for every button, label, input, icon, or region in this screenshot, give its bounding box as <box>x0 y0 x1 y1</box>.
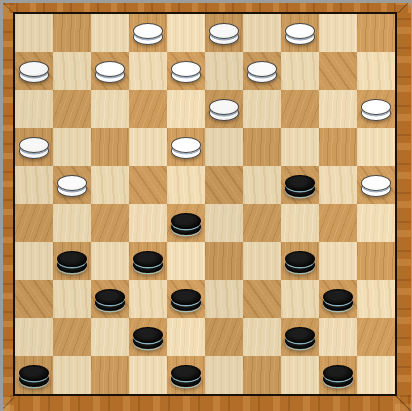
piece-face <box>171 365 201 381</box>
square-7-0[interactable] <box>15 280 53 318</box>
black-piece[interactable] <box>133 251 163 273</box>
square-4-0 <box>15 166 53 204</box>
square-8-8 <box>319 318 357 356</box>
square-5-4[interactable] <box>167 204 205 242</box>
black-piece[interactable] <box>133 327 163 349</box>
square-1-9 <box>357 52 395 90</box>
square-7-1 <box>53 280 91 318</box>
square-9-5 <box>205 356 243 394</box>
square-0-9[interactable] <box>357 14 395 52</box>
piece-face <box>285 251 315 267</box>
square-6-2 <box>91 242 129 280</box>
square-4-2 <box>91 166 129 204</box>
square-5-8[interactable] <box>319 204 357 242</box>
black-piece[interactable] <box>285 251 315 273</box>
square-2-3[interactable] <box>129 90 167 128</box>
square-5-3 <box>129 204 167 242</box>
square-3-8[interactable] <box>319 128 357 166</box>
square-6-9[interactable] <box>357 242 395 280</box>
square-7-7 <box>281 280 319 318</box>
square-8-4 <box>167 318 205 356</box>
piece-face <box>133 23 163 39</box>
white-piece[interactable] <box>171 61 201 83</box>
piece-face <box>95 61 125 77</box>
piece-face <box>19 365 49 381</box>
piece-face <box>285 23 315 39</box>
black-piece[interactable] <box>171 213 201 235</box>
black-piece[interactable] <box>57 251 87 273</box>
piece-face <box>171 137 201 153</box>
piece-face <box>323 365 353 381</box>
square-4-3[interactable] <box>129 166 167 204</box>
white-piece[interactable] <box>361 99 391 121</box>
square-8-9[interactable] <box>357 318 395 356</box>
square-0-1[interactable] <box>53 14 91 52</box>
black-piece[interactable] <box>171 289 201 311</box>
square-3-5 <box>205 128 243 166</box>
square-9-2[interactable] <box>91 356 129 394</box>
square-8-0 <box>15 318 53 356</box>
square-0-4 <box>167 14 205 52</box>
square-8-6 <box>243 318 281 356</box>
square-0-6 <box>243 14 281 52</box>
piece-face <box>247 61 277 77</box>
square-7-8[interactable] <box>319 280 357 318</box>
white-piece[interactable] <box>209 99 239 121</box>
piece-face <box>323 289 353 305</box>
square-9-4[interactable] <box>167 356 205 394</box>
piece-face <box>171 289 201 305</box>
board <box>13 12 397 396</box>
white-piece[interactable] <box>57 175 87 197</box>
square-1-5 <box>205 52 243 90</box>
black-piece[interactable] <box>323 289 353 311</box>
piece-face <box>133 327 163 343</box>
black-piece[interactable] <box>95 289 125 311</box>
square-3-3 <box>129 128 167 166</box>
white-piece[interactable] <box>247 61 277 83</box>
square-5-1 <box>53 204 91 242</box>
square-5-7 <box>281 204 319 242</box>
square-6-7[interactable] <box>281 242 319 280</box>
square-5-0[interactable] <box>15 204 53 242</box>
white-piece[interactable] <box>95 61 125 83</box>
square-4-8 <box>319 166 357 204</box>
square-6-8 <box>319 242 357 280</box>
black-piece[interactable] <box>285 175 315 197</box>
white-piece[interactable] <box>209 23 239 45</box>
frame-miter-top-right <box>395 3 411 13</box>
square-3-0[interactable] <box>15 128 53 166</box>
square-1-8[interactable] <box>319 52 357 90</box>
square-6-0 <box>15 242 53 280</box>
frame-right-rail <box>395 3 411 411</box>
square-0-2 <box>91 14 129 52</box>
square-8-5[interactable] <box>205 318 243 356</box>
square-2-2 <box>91 90 129 128</box>
piece-face <box>57 251 87 267</box>
piece-face <box>171 61 201 77</box>
piece-face <box>171 213 201 229</box>
square-8-7[interactable] <box>281 318 319 356</box>
white-piece[interactable] <box>171 137 201 159</box>
square-0-8 <box>319 14 357 52</box>
piece-face <box>57 175 87 191</box>
square-3-4[interactable] <box>167 128 205 166</box>
piece-face <box>361 99 391 115</box>
black-piece[interactable] <box>285 327 315 349</box>
square-3-9 <box>357 128 395 166</box>
square-7-6[interactable] <box>243 280 281 318</box>
square-2-0 <box>15 90 53 128</box>
square-2-4 <box>167 90 205 128</box>
square-2-6 <box>243 90 281 128</box>
square-2-5[interactable] <box>205 90 243 128</box>
square-1-4[interactable] <box>167 52 205 90</box>
square-7-9 <box>357 280 395 318</box>
piece-face <box>285 327 315 343</box>
square-2-8 <box>319 90 357 128</box>
square-4-4 <box>167 166 205 204</box>
square-5-5 <box>205 204 243 242</box>
white-piece[interactable] <box>133 23 163 45</box>
square-0-3[interactable] <box>129 14 167 52</box>
square-6-3[interactable] <box>129 242 167 280</box>
square-4-5[interactable] <box>205 166 243 204</box>
frame-miter-bottom-right <box>395 395 411 411</box>
black-piece[interactable] <box>323 365 353 387</box>
square-9-9 <box>357 356 395 394</box>
square-1-6[interactable] <box>243 52 281 90</box>
piece-face <box>95 289 125 305</box>
square-1-3 <box>129 52 167 90</box>
square-4-1[interactable] <box>53 166 91 204</box>
square-6-1[interactable] <box>53 242 91 280</box>
square-6-4 <box>167 242 205 280</box>
piece-face <box>361 175 391 191</box>
square-6-6 <box>243 242 281 280</box>
white-piece[interactable] <box>285 23 315 45</box>
square-9-7 <box>281 356 319 394</box>
square-4-6 <box>243 166 281 204</box>
square-2-9[interactable] <box>357 90 395 128</box>
square-9-3 <box>129 356 167 394</box>
square-5-6[interactable] <box>243 204 281 242</box>
square-4-9[interactable] <box>357 166 395 204</box>
square-5-9 <box>357 204 395 242</box>
square-0-0 <box>15 14 53 52</box>
square-2-7[interactable] <box>281 90 319 128</box>
square-7-4[interactable] <box>167 280 205 318</box>
piece-face <box>209 99 239 115</box>
square-8-2 <box>91 318 129 356</box>
white-piece[interactable] <box>19 61 49 83</box>
square-7-3 <box>129 280 167 318</box>
square-1-7 <box>281 52 319 90</box>
square-9-1 <box>53 356 91 394</box>
square-3-7 <box>281 128 319 166</box>
square-7-5 <box>205 280 243 318</box>
square-9-6[interactable] <box>243 356 281 394</box>
white-piece[interactable] <box>19 137 49 159</box>
square-3-1 <box>53 128 91 166</box>
white-piece[interactable] <box>361 175 391 197</box>
piece-face <box>285 175 315 191</box>
square-1-2[interactable] <box>91 52 129 90</box>
square-9-0[interactable] <box>15 356 53 394</box>
square-3-2[interactable] <box>91 128 129 166</box>
square-7-2[interactable] <box>91 280 129 318</box>
black-piece[interactable] <box>171 365 201 387</box>
black-piece[interactable] <box>19 365 49 387</box>
piece-face <box>209 23 239 39</box>
square-1-1 <box>53 52 91 90</box>
square-8-1[interactable] <box>53 318 91 356</box>
square-6-5[interactable] <box>205 242 243 280</box>
piece-face <box>133 251 163 267</box>
square-4-7[interactable] <box>281 166 319 204</box>
square-9-8[interactable] <box>319 356 357 394</box>
square-8-3[interactable] <box>129 318 167 356</box>
piece-face <box>19 137 49 153</box>
square-5-2[interactable] <box>91 204 129 242</box>
frame-bottom-rail <box>3 395 411 411</box>
square-0-5[interactable] <box>205 14 243 52</box>
square-0-7[interactable] <box>281 14 319 52</box>
draughts-app <box>0 0 412 411</box>
square-3-6[interactable] <box>243 128 281 166</box>
square-2-1[interactable] <box>53 90 91 128</box>
square-1-0[interactable] <box>15 52 53 90</box>
frame-miter-bottom-left <box>3 395 14 411</box>
piece-face <box>19 61 49 77</box>
